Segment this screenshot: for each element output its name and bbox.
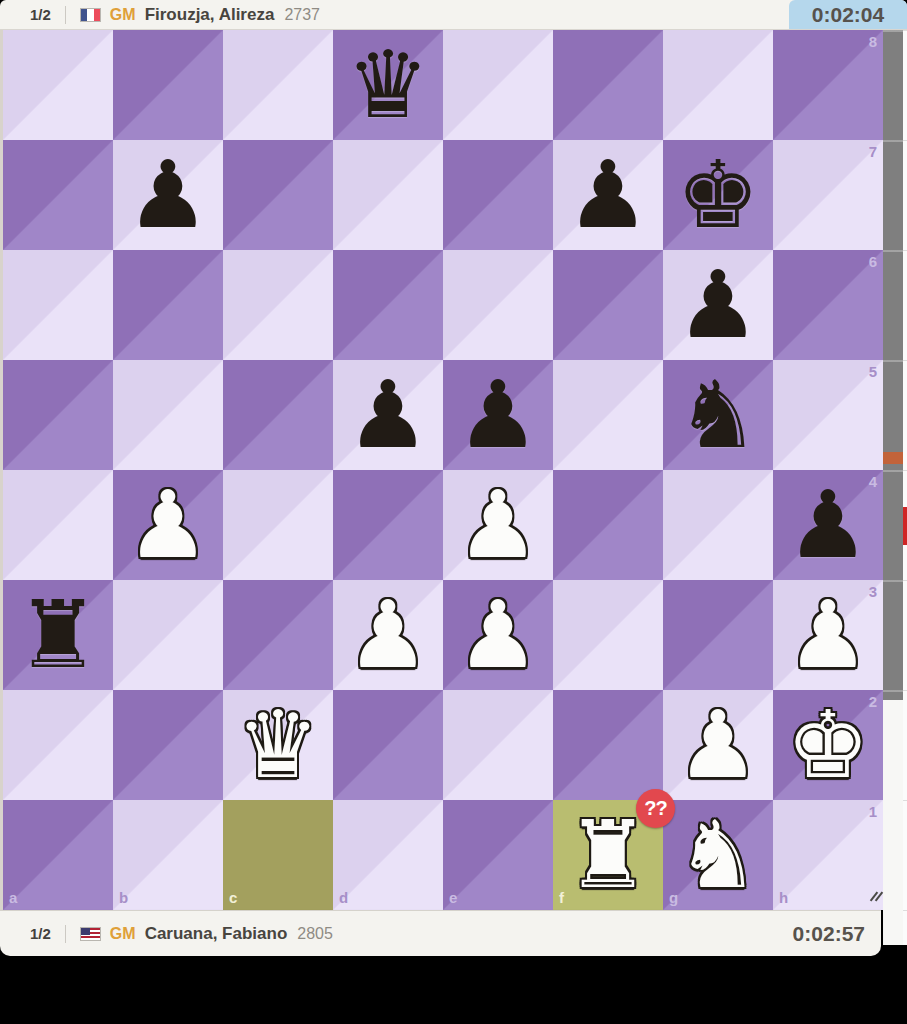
white-pawn[interactable]: ♟ bbox=[333, 580, 443, 690]
separator bbox=[65, 6, 66, 24]
rank-label-2: 2 bbox=[869, 694, 877, 709]
file-label-a: a bbox=[9, 890, 17, 905]
player-name-bottom: Caruana, Fabiano bbox=[145, 924, 288, 944]
square-f1[interactable]: f♜?? bbox=[553, 800, 663, 910]
square-d8[interactable]: ♛ bbox=[333, 30, 443, 140]
square-e5[interactable]: ♟ bbox=[443, 360, 553, 470]
square-h2[interactable]: 2♚ bbox=[773, 690, 883, 800]
square-f7[interactable]: ♟ bbox=[553, 140, 663, 250]
square-h1[interactable]: h1 bbox=[773, 800, 883, 910]
square-h8[interactable]: 8 bbox=[773, 30, 883, 140]
flag-france-icon bbox=[80, 8, 101, 22]
square-e6[interactable] bbox=[443, 250, 553, 360]
white-pawn[interactable]: ♟ bbox=[773, 580, 883, 690]
separator bbox=[65, 925, 66, 943]
square-h3[interactable]: 3♟ bbox=[773, 580, 883, 690]
chess-board[interactable]: ♛8♟♟♚7♟6♟♟♞5♟♟4♟♜♟♟3♟♛♟2♚abcdef♜??g♞h1 bbox=[3, 30, 883, 910]
square-b6[interactable] bbox=[113, 250, 223, 360]
square-f6[interactable] bbox=[553, 250, 663, 360]
rank-label-8: 8 bbox=[869, 34, 877, 49]
square-c8[interactable] bbox=[223, 30, 333, 140]
black-pawn[interactable]: ♟ bbox=[333, 360, 443, 470]
rank-label-5: 5 bbox=[869, 364, 877, 379]
black-king[interactable]: ♚ bbox=[663, 140, 773, 250]
square-b1[interactable]: b bbox=[113, 800, 223, 910]
square-f5[interactable] bbox=[553, 360, 663, 470]
player-rating-bottom: 2805 bbox=[297, 925, 333, 943]
square-g5[interactable]: ♞ bbox=[663, 360, 773, 470]
scrollbar-thumb[interactable] bbox=[883, 30, 903, 700]
square-d1[interactable]: d bbox=[333, 800, 443, 910]
flag-usa-icon bbox=[80, 927, 101, 941]
square-c4[interactable] bbox=[223, 470, 333, 580]
white-queen[interactable]: ♛ bbox=[223, 690, 333, 800]
square-h7[interactable]: 7 bbox=[773, 140, 883, 250]
square-g2[interactable]: ♟ bbox=[663, 690, 773, 800]
title-bottom: GM bbox=[110, 925, 136, 943]
eval-edge-strip bbox=[903, 30, 907, 945]
square-b3[interactable] bbox=[113, 580, 223, 690]
square-e3[interactable]: ♟ bbox=[443, 580, 553, 690]
square-f4[interactable] bbox=[553, 470, 663, 580]
player-bar-bottom: 1/2 GM Caruana, Fabiano 2805 0:02:57 bbox=[0, 910, 881, 956]
square-a2[interactable] bbox=[3, 690, 113, 800]
square-f2[interactable] bbox=[553, 690, 663, 800]
rail-orange-marker bbox=[883, 452, 903, 464]
square-e1[interactable]: e bbox=[443, 800, 553, 910]
file-label-b: b bbox=[119, 890, 128, 905]
file-label-c: c bbox=[229, 890, 237, 905]
rank-label-6: 6 bbox=[869, 254, 877, 269]
square-g8[interactable] bbox=[663, 30, 773, 140]
black-rook[interactable]: ♜ bbox=[3, 580, 113, 690]
black-queen[interactable]: ♛ bbox=[333, 30, 443, 140]
square-h4[interactable]: 4♟ bbox=[773, 470, 883, 580]
square-f8[interactable] bbox=[553, 30, 663, 140]
square-d4[interactable] bbox=[333, 470, 443, 580]
square-e4[interactable]: ♟ bbox=[443, 470, 553, 580]
rank-label-1: 1 bbox=[869, 804, 877, 819]
square-a7[interactable] bbox=[3, 140, 113, 250]
black-pawn[interactable]: ♟ bbox=[113, 140, 223, 250]
rank-label-4: 4 bbox=[869, 474, 877, 489]
square-h5[interactable]: 5 bbox=[773, 360, 883, 470]
black-pawn[interactable]: ♟ bbox=[663, 250, 773, 360]
white-pawn[interactable]: ♟ bbox=[443, 470, 553, 580]
square-f3[interactable] bbox=[553, 580, 663, 690]
square-a1[interactable]: a bbox=[3, 800, 113, 910]
rank-label-3: 3 bbox=[869, 584, 877, 599]
black-pawn[interactable]: ♟ bbox=[443, 360, 553, 470]
square-g7[interactable]: ♚ bbox=[663, 140, 773, 250]
player-rating-top: 2737 bbox=[284, 6, 320, 24]
square-d7[interactable] bbox=[333, 140, 443, 250]
square-e7[interactable] bbox=[443, 140, 553, 250]
square-c3[interactable] bbox=[223, 580, 333, 690]
square-a5[interactable] bbox=[3, 360, 113, 470]
file-label-g: g bbox=[669, 890, 678, 905]
square-c5[interactable] bbox=[223, 360, 333, 470]
square-a8[interactable] bbox=[3, 30, 113, 140]
board-resize-handle[interactable] bbox=[870, 888, 880, 906]
white-pawn[interactable]: ♟ bbox=[663, 690, 773, 800]
file-label-e: e bbox=[449, 890, 457, 905]
square-b4[interactable]: ♟ bbox=[113, 470, 223, 580]
square-e2[interactable] bbox=[443, 690, 553, 800]
square-h6[interactable]: 6 bbox=[773, 250, 883, 360]
title-top: GM bbox=[110, 6, 136, 24]
blunder-badge: ?? bbox=[636, 789, 675, 828]
file-label-d: d bbox=[339, 890, 348, 905]
file-label-f: f bbox=[559, 890, 564, 905]
square-d2[interactable] bbox=[333, 690, 443, 800]
white-king[interactable]: ♚ bbox=[773, 690, 883, 800]
square-a6[interactable] bbox=[3, 250, 113, 360]
rank-label-7: 7 bbox=[869, 144, 877, 159]
clock-bottom: 0:02:57 bbox=[793, 911, 881, 956]
square-c7[interactable] bbox=[223, 140, 333, 250]
white-pawn[interactable]: ♟ bbox=[443, 580, 553, 690]
score-bottom: 1/2 bbox=[30, 925, 51, 942]
black-knight[interactable]: ♞ bbox=[663, 360, 773, 470]
rail-red-marker bbox=[903, 507, 907, 545]
broadcast-board-widget: 1/2 GM Firouzja, Alireza 2737 0:02:04 ♛8… bbox=[0, 0, 907, 1024]
square-b2[interactable] bbox=[113, 690, 223, 800]
square-c6[interactable] bbox=[223, 250, 333, 360]
black-pawn[interactable]: ♟ bbox=[773, 470, 883, 580]
square-a4[interactable] bbox=[3, 470, 113, 580]
clock-top: 0:02:04 bbox=[789, 0, 907, 29]
square-b7[interactable]: ♟ bbox=[113, 140, 223, 250]
square-g3[interactable] bbox=[663, 580, 773, 690]
square-d3[interactable]: ♟ bbox=[333, 580, 443, 690]
square-b8[interactable] bbox=[113, 30, 223, 140]
score-top: 1/2 bbox=[30, 6, 51, 23]
square-a3[interactable]: ♜ bbox=[3, 580, 113, 690]
square-c1[interactable]: c bbox=[223, 800, 333, 910]
white-knight[interactable]: ♞ bbox=[663, 800, 773, 910]
square-g4[interactable] bbox=[663, 470, 773, 580]
black-pawn[interactable]: ♟ bbox=[553, 140, 663, 250]
white-pawn[interactable]: ♟ bbox=[113, 470, 223, 580]
player-name-top: Firouzja, Alireza bbox=[145, 5, 275, 25]
square-g6[interactable]: ♟ bbox=[663, 250, 773, 360]
scroll-rail[interactable] bbox=[883, 30, 903, 945]
player-bar-top: 1/2 GM Firouzja, Alireza 2737 0:02:04 bbox=[0, 0, 907, 30]
square-b5[interactable] bbox=[113, 360, 223, 470]
file-label-h: h bbox=[779, 890, 788, 905]
square-e8[interactable] bbox=[443, 30, 553, 140]
square-d5[interactable]: ♟ bbox=[333, 360, 443, 470]
square-c2[interactable]: ♛ bbox=[223, 690, 333, 800]
square-g1[interactable]: g♞ bbox=[663, 800, 773, 910]
square-d6[interactable] bbox=[333, 250, 443, 360]
